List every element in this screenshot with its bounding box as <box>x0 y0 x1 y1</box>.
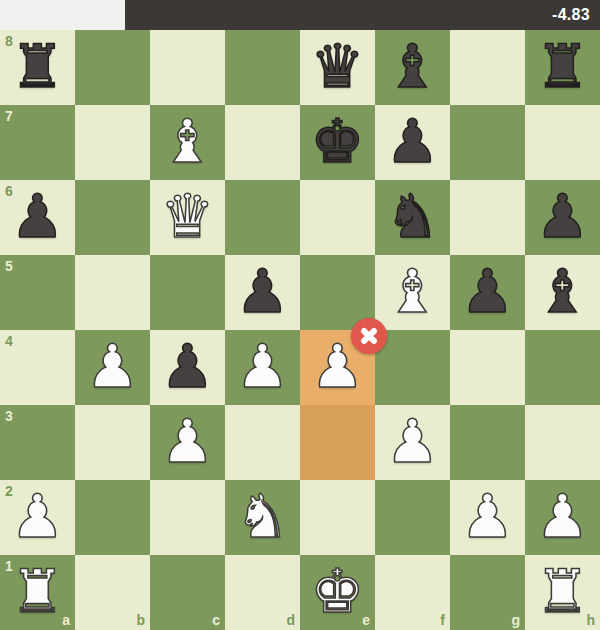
square-g5[interactable]: ♟ <box>450 255 525 330</box>
rank-label-7: 7 <box>5 109 13 123</box>
square-b7[interactable] <box>75 105 150 180</box>
square-f7[interactable]: ♟ <box>375 105 450 180</box>
square-b8[interactable] <box>75 30 150 105</box>
square-a4[interactable]: 4 <box>0 330 75 405</box>
square-a6[interactable]: 6♟ <box>0 180 75 255</box>
square-g4[interactable] <box>450 330 525 405</box>
rank-label-5: 5 <box>5 259 13 273</box>
square-b4[interactable]: ♟ <box>75 330 150 405</box>
miss-icon <box>351 318 387 354</box>
square-e7[interactable]: ♚ <box>300 105 375 180</box>
white-knight[interactable]: ♞ <box>236 486 290 546</box>
black-bishop[interactable]: ♝ <box>536 261 590 321</box>
black-pawn[interactable]: ♟ <box>236 261 290 321</box>
square-g3[interactable] <box>450 405 525 480</box>
square-h1[interactable]: h♜ <box>525 555 600 630</box>
square-e6[interactable] <box>300 180 375 255</box>
file-label-f: f <box>440 613 445 627</box>
square-d1[interactable]: d <box>225 555 300 630</box>
square-c1[interactable]: c <box>150 555 225 630</box>
white-pawn[interactable]: ♟ <box>536 486 590 546</box>
square-g1[interactable]: g <box>450 555 525 630</box>
square-f3[interactable]: ♟ <box>375 405 450 480</box>
file-label-b: b <box>136 613 145 627</box>
square-h7[interactable] <box>525 105 600 180</box>
white-pawn[interactable]: ♟ <box>236 336 290 396</box>
black-pawn[interactable]: ♟ <box>461 261 515 321</box>
white-king[interactable]: ♚ <box>311 561 365 621</box>
square-h3[interactable] <box>525 405 600 480</box>
square-d5[interactable]: ♟ <box>225 255 300 330</box>
square-e8[interactable]: ♛ <box>300 30 375 105</box>
square-c3[interactable]: ♟ <box>150 405 225 480</box>
file-label-d: d <box>286 613 295 627</box>
square-c8[interactable] <box>150 30 225 105</box>
square-c7[interactable]: ♝ <box>150 105 225 180</box>
white-pawn[interactable]: ♟ <box>386 411 440 471</box>
square-d2[interactable]: ♞ <box>225 480 300 555</box>
square-h8[interactable]: ♜ <box>525 30 600 105</box>
square-f4[interactable] <box>375 330 450 405</box>
evaluation-score: -4.83 <box>552 0 590 30</box>
square-a2[interactable]: 2♟ <box>0 480 75 555</box>
file-label-c: c <box>212 613 220 627</box>
white-pawn[interactable]: ♟ <box>86 336 140 396</box>
white-bishop[interactable]: ♝ <box>386 261 440 321</box>
white-pawn[interactable]: ♟ <box>11 486 65 546</box>
square-a5[interactable]: 5 <box>0 255 75 330</box>
square-c2[interactable] <box>150 480 225 555</box>
black-rook[interactable]: ♜ <box>11 36 65 96</box>
evaluation-bar-white-segment <box>0 0 125 30</box>
black-king[interactable]: ♚ <box>311 111 365 171</box>
chess-board[interactable]: 8♜♛♝♜7♝♚♟6♟♛♞♟5♟♝♟♝4♟♟♟♟3♟♟2♟♞♟♟1a♜bcde♚… <box>0 30 600 630</box>
square-a1[interactable]: 1a♜ <box>0 555 75 630</box>
square-d3[interactable] <box>225 405 300 480</box>
square-e1[interactable]: e♚ <box>300 555 375 630</box>
black-pawn[interactable]: ♟ <box>536 186 590 246</box>
square-e3[interactable] <box>300 405 375 480</box>
white-rook[interactable]: ♜ <box>11 561 65 621</box>
white-rook[interactable]: ♜ <box>536 561 590 621</box>
square-g6[interactable] <box>450 180 525 255</box>
square-a8[interactable]: 8♜ <box>0 30 75 105</box>
square-f5[interactable]: ♝ <box>375 255 450 330</box>
square-h4[interactable] <box>525 330 600 405</box>
rank-label-4: 4 <box>5 334 13 348</box>
square-f1[interactable]: f <box>375 555 450 630</box>
evaluation-bar: -4.83 <box>0 0 600 30</box>
white-pawn[interactable]: ♟ <box>161 411 215 471</box>
square-h2[interactable]: ♟ <box>525 480 600 555</box>
square-h6[interactable]: ♟ <box>525 180 600 255</box>
black-knight[interactable]: ♞ <box>386 186 440 246</box>
black-bishop[interactable]: ♝ <box>386 36 440 96</box>
square-e2[interactable] <box>300 480 375 555</box>
square-b6[interactable] <box>75 180 150 255</box>
square-a7[interactable]: 7 <box>0 105 75 180</box>
square-f2[interactable] <box>375 480 450 555</box>
square-g2[interactable]: ♟ <box>450 480 525 555</box>
square-c5[interactable] <box>150 255 225 330</box>
square-b1[interactable]: b <box>75 555 150 630</box>
square-f6[interactable]: ♞ <box>375 180 450 255</box>
square-b2[interactable] <box>75 480 150 555</box>
square-c6[interactable]: ♛ <box>150 180 225 255</box>
rank-label-3: 3 <box>5 409 13 423</box>
white-pawn[interactable]: ♟ <box>461 486 515 546</box>
square-d6[interactable] <box>225 180 300 255</box>
square-g8[interactable] <box>450 30 525 105</box>
square-d4[interactable]: ♟ <box>225 330 300 405</box>
black-rook[interactable]: ♜ <box>536 36 590 96</box>
white-queen[interactable]: ♛ <box>161 186 215 246</box>
file-label-g: g <box>511 613 520 627</box>
black-pawn[interactable]: ♟ <box>161 336 215 396</box>
square-d8[interactable] <box>225 30 300 105</box>
square-h5[interactable]: ♝ <box>525 255 600 330</box>
black-queen[interactable]: ♛ <box>311 36 365 96</box>
square-g7[interactable] <box>450 105 525 180</box>
square-a3[interactable]: 3 <box>0 405 75 480</box>
square-d7[interactable] <box>225 105 300 180</box>
square-f8[interactable]: ♝ <box>375 30 450 105</box>
white-bishop[interactable]: ♝ <box>161 111 215 171</box>
black-pawn[interactable]: ♟ <box>386 111 440 171</box>
square-b5[interactable] <box>75 255 150 330</box>
square-c4[interactable]: ♟ <box>150 330 225 405</box>
black-pawn[interactable]: ♟ <box>11 186 65 246</box>
square-b3[interactable] <box>75 405 150 480</box>
